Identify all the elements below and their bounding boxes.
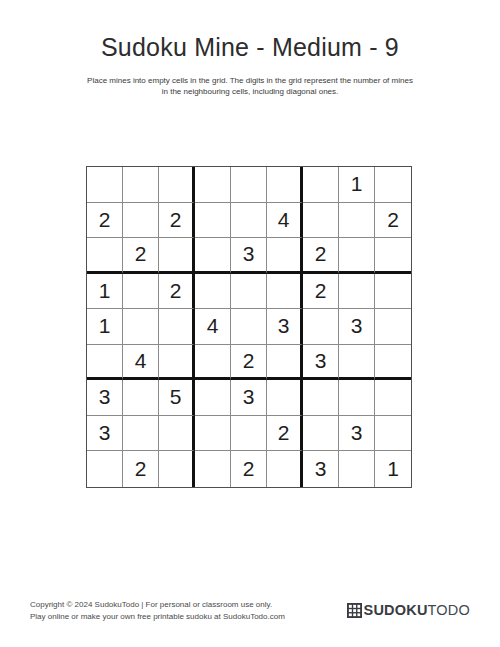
cell-r4c7[interactable]: 2: [303, 274, 339, 310]
cell-r9c2[interactable]: 2: [123, 451, 159, 487]
cell-r8c1[interactable]: 3: [87, 416, 123, 452]
cell-r8c6[interactable]: 2: [267, 416, 303, 452]
cell-r1c5[interactable]: [231, 167, 267, 203]
cell-r9c8[interactable]: [339, 451, 375, 487]
cell-r9c6[interactable]: [267, 451, 303, 487]
cell-r8c3[interactable]: [159, 416, 195, 452]
cell-r1c4[interactable]: [195, 167, 231, 203]
cell-r7c8[interactable]: [339, 380, 375, 416]
cell-r2c9[interactable]: 2: [375, 203, 411, 239]
cell-r5c8[interactable]: 3: [339, 309, 375, 345]
cell-r2c1[interactable]: 2: [87, 203, 123, 239]
cell-r8c4[interactable]: [195, 416, 231, 452]
cell-r4c6[interactable]: [267, 274, 303, 310]
cell-r2c8[interactable]: [339, 203, 375, 239]
cell-r8c2[interactable]: [123, 416, 159, 452]
logo-text-todo: TODO: [428, 602, 470, 618]
cell-r6c8[interactable]: [339, 345, 375, 381]
puzzle-instructions: Place mines into empty cells in the grid…: [50, 75, 450, 97]
cell-r1c8[interactable]: 1: [339, 167, 375, 203]
cell-r7c2[interactable]: [123, 380, 159, 416]
instructions-line-1: Place mines into empty cells in the grid…: [87, 76, 413, 85]
cell-r4c2[interactable]: [123, 274, 159, 310]
cell-r4c1[interactable]: 1: [87, 274, 123, 310]
cell-r3c1[interactable]: [87, 238, 123, 274]
cell-r2c5[interactable]: [231, 203, 267, 239]
cell-r5c1[interactable]: 1: [87, 309, 123, 345]
instructions-line-2: in the neighbouring cells, including dia…: [162, 87, 339, 96]
cell-r5c4[interactable]: 4: [195, 309, 231, 345]
cell-r7c7[interactable]: [303, 380, 339, 416]
cell-r4c5[interactable]: [231, 274, 267, 310]
cell-r9c3[interactable]: [159, 451, 195, 487]
cell-r6c7[interactable]: 3: [303, 345, 339, 381]
cell-r6c6[interactable]: [267, 345, 303, 381]
cell-r3c3[interactable]: [159, 238, 195, 274]
cell-r3c4[interactable]: [195, 238, 231, 274]
cell-r9c4[interactable]: [195, 451, 231, 487]
cell-r4c8[interactable]: [339, 274, 375, 310]
cell-r1c1[interactable]: [87, 167, 123, 203]
cell-r7c6[interactable]: [267, 380, 303, 416]
cell-r8c7[interactable]: [303, 416, 339, 452]
cell-r1c9[interactable]: [375, 167, 411, 203]
cell-r3c7[interactable]: 2: [303, 238, 339, 274]
cell-r3c2[interactable]: 2: [123, 238, 159, 274]
cell-r5c3[interactable]: [159, 309, 195, 345]
copyright-line-2: Play online or make your own free printa…: [30, 611, 285, 623]
cell-r6c1[interactable]: [87, 345, 123, 381]
puzzle-page: Sudoku Mine - Medium - 9 Place mines int…: [0, 0, 500, 647]
sudokutodo-logo: SUDOKUTODO: [347, 601, 470, 619]
cell-r6c9[interactable]: [375, 345, 411, 381]
cell-r2c7[interactable]: [303, 203, 339, 239]
cell-r5c6[interactable]: 3: [267, 309, 303, 345]
cell-r6c4[interactable]: [195, 345, 231, 381]
cell-r9c9[interactable]: 1: [375, 451, 411, 487]
cell-r1c3[interactable]: [159, 167, 195, 203]
cell-r2c6[interactable]: 4: [267, 203, 303, 239]
cell-r7c3[interactable]: 5: [159, 380, 195, 416]
footer-copyright: Copyright © 2024 SudokuTodo | For person…: [30, 599, 285, 623]
cell-r2c3[interactable]: 2: [159, 203, 195, 239]
page-title: Sudoku Mine - Medium - 9: [0, 33, 500, 62]
cell-r5c9[interactable]: [375, 309, 411, 345]
cell-r5c2[interactable]: [123, 309, 159, 345]
cell-r2c4[interactable]: [195, 203, 231, 239]
copyright-line-1: Copyright © 2024 SudokuTodo | For person…: [30, 599, 285, 611]
cell-r4c3[interactable]: 2: [159, 274, 195, 310]
cell-r1c6[interactable]: [267, 167, 303, 203]
cell-r9c7[interactable]: 3: [303, 451, 339, 487]
cell-r1c7[interactable]: [303, 167, 339, 203]
grid-icon: [347, 603, 364, 618]
cell-r5c5[interactable]: [231, 309, 267, 345]
logo-text-sudoku: SUDOKU: [364, 602, 428, 618]
cell-r7c5[interactable]: 3: [231, 380, 267, 416]
cell-r5c7[interactable]: [303, 309, 339, 345]
cell-r1c2[interactable]: [123, 167, 159, 203]
cell-r8c5[interactable]: [231, 416, 267, 452]
cell-r7c4[interactable]: [195, 380, 231, 416]
cell-r3c5[interactable]: 3: [231, 238, 267, 274]
cell-r3c6[interactable]: [267, 238, 303, 274]
cell-r9c5[interactable]: 2: [231, 451, 267, 487]
cell-r6c5[interactable]: 2: [231, 345, 267, 381]
cell-r8c9[interactable]: [375, 416, 411, 452]
cell-r6c2[interactable]: 4: [123, 345, 159, 381]
cell-r4c9[interactable]: [375, 274, 411, 310]
cell-r7c1[interactable]: 3: [87, 380, 123, 416]
cell-r9c1[interactable]: [87, 451, 123, 487]
cell-r7c9[interactable]: [375, 380, 411, 416]
cell-r6c3[interactable]: [159, 345, 195, 381]
cell-r3c9[interactable]: [375, 238, 411, 274]
cell-r2c2[interactable]: [123, 203, 159, 239]
cell-r8c8[interactable]: 3: [339, 416, 375, 452]
cell-r4c4[interactable]: [195, 274, 231, 310]
sudoku-mine-board: 1224223212214334233533232231: [86, 166, 412, 488]
cell-r3c8[interactable]: [339, 238, 375, 274]
